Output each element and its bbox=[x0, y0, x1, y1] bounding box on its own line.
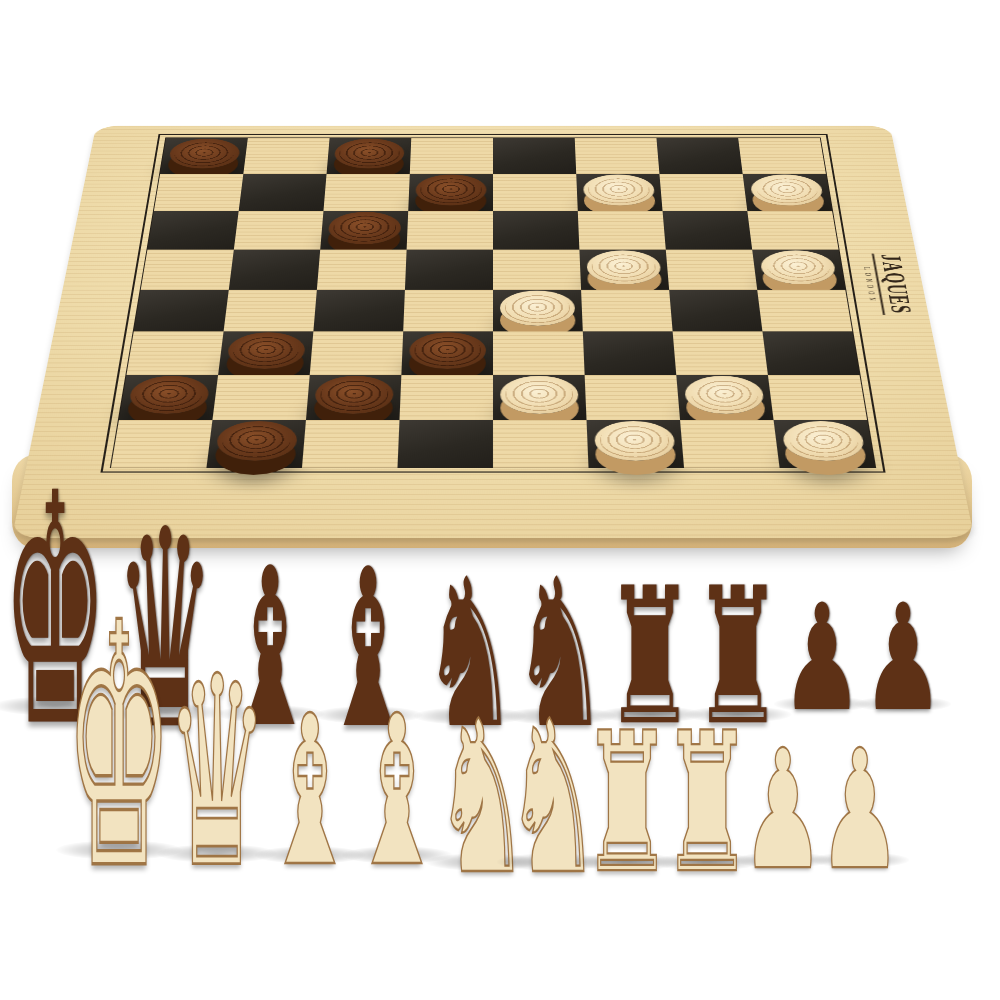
chess-piece-light-rook[interactable]: ♜ bbox=[660, 708, 753, 900]
chess-piece-light-pawn[interactable]: ♟ bbox=[741, 729, 825, 894]
chess-piece-dark-pawn[interactable]: ♟ bbox=[862, 586, 944, 733]
chess-piece-light-bishop[interactable]: ♝ bbox=[262, 689, 357, 896]
chess-piece-dark-pawn[interactable]: ♟ bbox=[781, 586, 863, 733]
product-photo-checkers-chess-set: JAQUES LONDON ♚♛♝♝♞♞♜♜♟♟♚♛♝♝♞♞♜♜♟♟ bbox=[0, 0, 1000, 1000]
chess-piece-light-king[interactable]: ♚ bbox=[65, 581, 173, 917]
chess-piece-light-pawn[interactable]: ♟ bbox=[818, 729, 902, 894]
chess-tray: ♚♛♝♝♞♞♜♜♟♟♚♛♝♝♞♞♜♜♟♟ bbox=[0, 0, 1000, 1000]
chess-piece-light-queen[interactable]: ♛ bbox=[166, 643, 268, 905]
